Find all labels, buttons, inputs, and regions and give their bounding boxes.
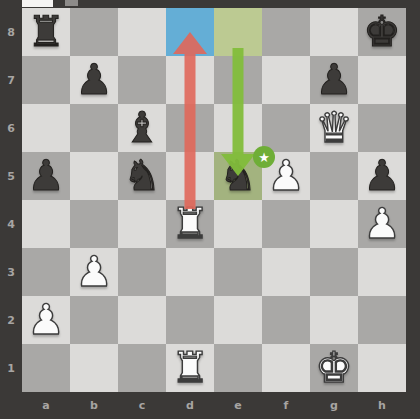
file-label-g: g bbox=[310, 392, 358, 419]
piece-black-bishop[interactable]: ♝ bbox=[118, 104, 166, 152]
square-b3[interactable]: ♟ bbox=[70, 248, 118, 296]
square-b6[interactable] bbox=[70, 104, 118, 152]
file-label-f: f bbox=[262, 392, 310, 419]
square-h2[interactable] bbox=[358, 296, 406, 344]
square-h7[interactable] bbox=[358, 56, 406, 104]
piece-black-knight[interactable]: ♞ bbox=[118, 152, 166, 200]
square-f3[interactable] bbox=[262, 248, 310, 296]
square-b7[interactable]: ♟ bbox=[70, 56, 118, 104]
square-e8[interactable] bbox=[214, 8, 262, 56]
clipped-ui-fragment-2 bbox=[65, 0, 78, 6]
rank-label-6: 6 bbox=[0, 104, 22, 152]
rank-label-5: 5 bbox=[0, 152, 22, 200]
square-c7[interactable] bbox=[118, 56, 166, 104]
square-f4[interactable] bbox=[262, 200, 310, 248]
square-c4[interactable] bbox=[118, 200, 166, 248]
square-a4[interactable] bbox=[22, 200, 70, 248]
piece-white-rook[interactable]: ♜ bbox=[166, 344, 214, 392]
piece-black-pawn[interactable]: ♟ bbox=[358, 152, 406, 200]
rank-label-4: 4 bbox=[0, 200, 22, 248]
star-icon: ★ bbox=[258, 151, 270, 164]
file-label-h: h bbox=[358, 392, 406, 419]
piece-black-rook[interactable]: ♜ bbox=[22, 8, 70, 56]
square-d2[interactable] bbox=[166, 296, 214, 344]
square-f1[interactable] bbox=[262, 344, 310, 392]
square-a5[interactable]: ♟ bbox=[22, 152, 70, 200]
square-h1[interactable] bbox=[358, 344, 406, 392]
square-d8[interactable] bbox=[166, 8, 214, 56]
piece-white-pawn[interactable]: ♟ bbox=[358, 200, 406, 248]
square-g2[interactable] bbox=[310, 296, 358, 344]
square-a7[interactable] bbox=[22, 56, 70, 104]
square-f2[interactable] bbox=[262, 296, 310, 344]
square-c2[interactable] bbox=[118, 296, 166, 344]
file-label-a: a bbox=[22, 392, 70, 419]
square-c1[interactable] bbox=[118, 344, 166, 392]
square-c3[interactable] bbox=[118, 248, 166, 296]
piece-white-queen[interactable]: ♛ bbox=[310, 104, 358, 152]
clipped-ui-fragment-1 bbox=[22, 0, 53, 7]
square-d5[interactable] bbox=[166, 152, 214, 200]
square-c8[interactable] bbox=[118, 8, 166, 56]
piece-black-pawn[interactable]: ♟ bbox=[22, 152, 70, 200]
square-e3[interactable] bbox=[214, 248, 262, 296]
file-label-e: e bbox=[214, 392, 262, 419]
square-h5[interactable]: ♟ bbox=[358, 152, 406, 200]
square-b4[interactable] bbox=[70, 200, 118, 248]
square-d3[interactable] bbox=[166, 248, 214, 296]
rank-label-7: 7 bbox=[0, 56, 22, 104]
square-a1[interactable] bbox=[22, 344, 70, 392]
square-b2[interactable] bbox=[70, 296, 118, 344]
piece-white-king[interactable]: ♚ bbox=[310, 344, 358, 392]
rank-label-2: 2 bbox=[0, 296, 22, 344]
square-a2[interactable]: ♟ bbox=[22, 296, 70, 344]
square-f6[interactable] bbox=[262, 104, 310, 152]
square-h4[interactable]: ♟ bbox=[358, 200, 406, 248]
square-e2[interactable] bbox=[214, 296, 262, 344]
square-g3[interactable] bbox=[310, 248, 358, 296]
square-g4[interactable] bbox=[310, 200, 358, 248]
square-e4[interactable] bbox=[214, 200, 262, 248]
file-label-b: b bbox=[70, 392, 118, 419]
square-c5[interactable]: ♞ bbox=[118, 152, 166, 200]
square-d1[interactable]: ♜ bbox=[166, 344, 214, 392]
square-a6[interactable] bbox=[22, 104, 70, 152]
rank-label-3: 3 bbox=[0, 248, 22, 296]
square-h3[interactable] bbox=[358, 248, 406, 296]
rank-label-1: 1 bbox=[0, 344, 22, 392]
square-b1[interactable] bbox=[70, 344, 118, 392]
square-g7[interactable]: ♟ bbox=[310, 56, 358, 104]
rank-label-8: 8 bbox=[0, 8, 22, 56]
square-h8[interactable]: ♚ bbox=[358, 8, 406, 56]
square-b8[interactable] bbox=[70, 8, 118, 56]
square-h6[interactable] bbox=[358, 104, 406, 152]
piece-black-pawn[interactable]: ♟ bbox=[310, 56, 358, 104]
square-f8[interactable] bbox=[262, 8, 310, 56]
square-e1[interactable] bbox=[214, 344, 262, 392]
square-f7[interactable] bbox=[262, 56, 310, 104]
square-c6[interactable]: ♝ bbox=[118, 104, 166, 152]
square-g5[interactable] bbox=[310, 152, 358, 200]
square-e7[interactable] bbox=[214, 56, 262, 104]
square-a8[interactable]: ♜ bbox=[22, 8, 70, 56]
chess-board: ♜♚♟♟♝♛♟♞♞♟♟♜♟♟♟♜♚ bbox=[22, 8, 406, 392]
piece-white-pawn[interactable]: ♟ bbox=[70, 248, 118, 296]
square-a3[interactable] bbox=[22, 248, 70, 296]
square-b5[interactable] bbox=[70, 152, 118, 200]
square-d6[interactable] bbox=[166, 104, 214, 152]
file-label-c: c bbox=[118, 392, 166, 419]
square-e6[interactable] bbox=[214, 104, 262, 152]
square-d4[interactable]: ♜ bbox=[166, 200, 214, 248]
best-move-star-badge: ★ bbox=[253, 146, 275, 168]
square-g6[interactable]: ♛ bbox=[310, 104, 358, 152]
piece-white-pawn[interactable]: ♟ bbox=[22, 296, 70, 344]
chess-board-app: ♜♚♟♟♝♛♟♞♞♟♟♜♟♟♟♜♚ 87654321abcdefgh ★ bbox=[0, 0, 420, 419]
piece-black-king[interactable]: ♚ bbox=[358, 8, 406, 56]
piece-white-rook[interactable]: ♜ bbox=[166, 200, 214, 248]
square-g8[interactable] bbox=[310, 8, 358, 56]
file-label-d: d bbox=[166, 392, 214, 419]
piece-black-pawn[interactable]: ♟ bbox=[70, 56, 118, 104]
square-d7[interactable] bbox=[166, 56, 214, 104]
square-g1[interactable]: ♚ bbox=[310, 344, 358, 392]
